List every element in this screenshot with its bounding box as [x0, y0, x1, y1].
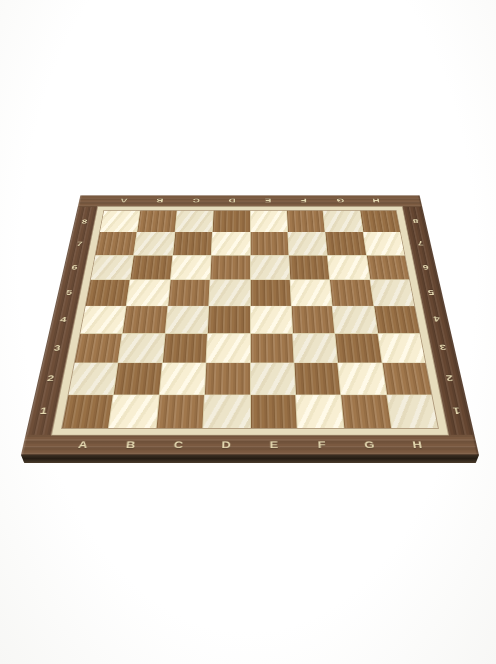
file-label-top-d: D — [214, 195, 250, 206]
file-label-top-b: B — [141, 195, 178, 206]
file-label-top-e: E — [250, 195, 286, 206]
file-label-bottom-f: F — [297, 435, 346, 454]
square-b7[interactable] — [134, 232, 174, 255]
square-a8[interactable] — [100, 211, 140, 232]
file-label-bottom-e: E — [250, 435, 298, 454]
square-d5[interactable] — [209, 280, 249, 305]
square-g5[interactable] — [330, 280, 373, 305]
square-f8[interactable] — [287, 211, 325, 232]
square-g8[interactable] — [324, 211, 363, 232]
square-h5[interactable] — [370, 280, 414, 305]
file-labels-bottom: ABCDEFGH — [57, 435, 443, 454]
file-label-top-h: H — [357, 195, 395, 206]
square-d1[interactable] — [203, 395, 249, 428]
square-a4[interactable] — [80, 306, 126, 333]
square-d4[interactable] — [208, 306, 250, 333]
chess-board-scene: ABCDEFGH ABCDEFGH 87654321 87654321 — [21, 195, 479, 455]
square-g3[interactable] — [335, 334, 381, 363]
square-b4[interactable] — [123, 306, 167, 333]
file-label-top-a: A — [105, 195, 143, 206]
square-h4[interactable] — [374, 306, 420, 333]
file-label-bottom-c: C — [154, 435, 203, 454]
board-side-edge — [21, 455, 479, 463]
square-e5[interactable] — [250, 280, 290, 305]
square-a1[interactable] — [62, 395, 113, 428]
square-h3[interactable] — [378, 334, 425, 363]
square-h2[interactable] — [382, 363, 431, 394]
square-e4[interactable] — [250, 306, 292, 333]
square-g6[interactable] — [328, 255, 369, 279]
square-a7[interactable] — [96, 232, 137, 255]
square-e8[interactable] — [250, 211, 287, 232]
square-e2[interactable] — [250, 363, 295, 394]
square-c8[interactable] — [175, 211, 213, 232]
square-d3[interactable] — [207, 334, 250, 363]
square-f3[interactable] — [293, 334, 337, 363]
file-label-top-f: F — [286, 195, 323, 206]
rank-label-right-7: 7 — [408, 232, 433, 255]
rank-label-right-3: 3 — [428, 333, 458, 362]
square-c7[interactable] — [173, 232, 212, 255]
square-b5[interactable] — [127, 280, 170, 305]
rank-label-right-4: 4 — [423, 306, 451, 334]
square-f5[interactable] — [290, 280, 332, 305]
square-e7[interactable] — [250, 232, 288, 255]
file-label-bottom-h: H — [392, 435, 443, 454]
file-labels-top: ABCDEFGH — [105, 195, 395, 206]
square-b1[interactable] — [109, 395, 158, 428]
square-h6[interactable] — [367, 255, 410, 279]
file-label-top-c: C — [177, 195, 214, 206]
rank-label-right-6: 6 — [413, 255, 439, 279]
board-squares-grid — [62, 211, 438, 429]
square-a3[interactable] — [75, 334, 122, 363]
file-label-bottom-a: A — [57, 435, 108, 454]
product-photo-canvas: ABCDEFGH ABCDEFGH 87654321 87654321 — [0, 0, 496, 664]
square-c2[interactable] — [160, 363, 206, 394]
file-label-bottom-b: B — [105, 435, 155, 454]
square-g1[interactable] — [341, 395, 390, 428]
square-a5[interactable] — [86, 280, 130, 305]
rank-label-right-5: 5 — [417, 280, 444, 306]
square-c4[interactable] — [165, 306, 208, 333]
square-c5[interactable] — [168, 280, 210, 305]
square-d8[interactable] — [213, 211, 250, 232]
square-d7[interactable] — [212, 232, 250, 255]
square-h8[interactable] — [360, 211, 400, 232]
square-f4[interactable] — [292, 306, 335, 333]
square-a6[interactable] — [91, 255, 134, 279]
square-g7[interactable] — [326, 232, 366, 255]
square-c3[interactable] — [163, 334, 207, 363]
square-d2[interactable] — [205, 363, 250, 394]
square-b2[interactable] — [114, 363, 162, 394]
square-g2[interactable] — [338, 363, 386, 394]
rank-label-right-8: 8 — [403, 211, 428, 233]
square-d6[interactable] — [211, 255, 250, 279]
chess-board: ABCDEFGH ABCDEFGH 87654321 87654321 — [21, 195, 479, 455]
square-b6[interactable] — [131, 255, 172, 279]
square-e3[interactable] — [250, 334, 293, 363]
square-c6[interactable] — [171, 255, 211, 279]
square-a2[interactable] — [69, 363, 118, 394]
square-f2[interactable] — [294, 363, 340, 394]
file-label-top-g: G — [321, 195, 358, 206]
rank-label-right-2: 2 — [434, 363, 465, 395]
square-b8[interactable] — [138, 211, 177, 232]
square-f1[interactable] — [296, 395, 344, 428]
square-g4[interactable] — [333, 306, 377, 333]
square-c1[interactable] — [156, 395, 204, 428]
file-label-bottom-d: D — [202, 435, 250, 454]
square-f7[interactable] — [288, 232, 327, 255]
file-label-bottom-g: G — [345, 435, 395, 454]
square-e6[interactable] — [250, 255, 289, 279]
square-h7[interactable] — [363, 232, 404, 255]
square-e1[interactable] — [250, 395, 296, 428]
square-h1[interactable] — [387, 395, 438, 428]
square-b3[interactable] — [119, 334, 165, 363]
square-f6[interactable] — [289, 255, 329, 279]
